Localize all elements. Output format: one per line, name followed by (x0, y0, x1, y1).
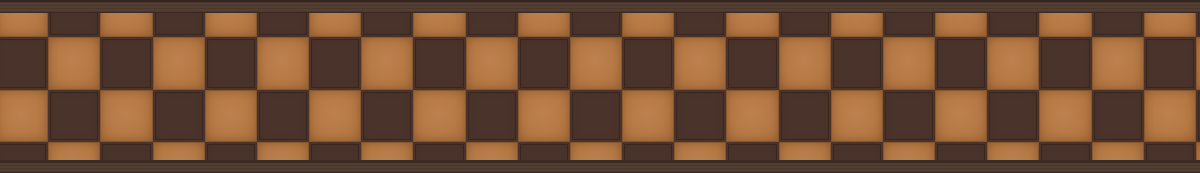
board-cell-r3c19 (987, 142, 1039, 160)
board-cell-r1c13 (674, 37, 726, 89)
board-cell-r3c13 (674, 142, 726, 160)
board-cell-r0c12 (622, 13, 674, 37)
board-cell-r3c4 (205, 142, 257, 160)
board-cell-r0c3 (153, 13, 205, 37)
board-cell-r3c10 (518, 142, 570, 160)
board-cell-r3c23 (1196, 142, 1200, 160)
board-cell-r2c18 (935, 90, 987, 142)
board-cell-r2c20 (1039, 90, 1091, 142)
board-cell-r0c11 (570, 13, 622, 37)
board-cell-r2c12 (622, 90, 674, 142)
board-cell-r3c1 (48, 142, 100, 160)
board-cell-r2c16 (831, 90, 883, 142)
board-cell-r2c2 (100, 90, 152, 142)
board-cell-r3c3 (153, 142, 205, 160)
board-cell-r1c6 (309, 37, 361, 89)
board-cell-r0c6 (309, 13, 361, 37)
board-cell-r2c5 (257, 90, 309, 142)
board-cell-r2c3 (153, 90, 205, 142)
bottom-trim-band (0, 160, 1200, 173)
board-cell-r2c4 (205, 90, 257, 142)
board-cell-r1c22 (1144, 37, 1196, 89)
board-cell-r3c5 (257, 142, 309, 160)
board-cell-r0c9 (466, 13, 518, 37)
board-cell-r3c16 (831, 142, 883, 160)
board-cell-r2c23 (1196, 90, 1200, 142)
board-cell-r2c15 (779, 90, 831, 142)
board-cell-r3c7 (361, 142, 413, 160)
board-cell-r0c22 (1144, 13, 1196, 37)
board-cell-r1c18 (935, 37, 987, 89)
board-cell-r1c3 (153, 37, 205, 89)
board-cell-r3c18 (935, 142, 987, 160)
board-cell-r3c9 (466, 142, 518, 160)
board-cell-r3c15 (779, 142, 831, 160)
board-cell-r3c17 (883, 142, 935, 160)
wallpaper-border-strip (0, 0, 1200, 173)
board-cell-r0c1 (48, 13, 100, 37)
board-cell-r1c14 (726, 37, 778, 89)
board-cell-r3c20 (1039, 142, 1091, 160)
board-cell-r2c7 (361, 90, 413, 142)
board-cell-r2c14 (726, 90, 778, 142)
board-cell-r2c17 (883, 90, 935, 142)
board-cell-r2c8 (413, 90, 465, 142)
board-cell-r2c13 (674, 90, 726, 142)
board-cell-r0c23 (1196, 13, 1200, 37)
board-cell-r0c16 (831, 13, 883, 37)
board-cell-r2c9 (466, 90, 518, 142)
board-cell-r0c18 (935, 13, 987, 37)
board-cell-r0c14 (726, 13, 778, 37)
board-cell-r3c11 (570, 142, 622, 160)
board-cell-r1c7 (361, 37, 413, 89)
board-cell-r1c4 (205, 37, 257, 89)
board-cell-r2c21 (1092, 90, 1144, 142)
board-cell-r2c1 (48, 90, 100, 142)
board-cell-r1c23 (1196, 37, 1200, 89)
board-cell-r2c19 (987, 90, 1039, 142)
board-cell-r1c15 (779, 37, 831, 89)
board-cell-r2c0 (0, 90, 48, 142)
board-cell-r0c4 (205, 13, 257, 37)
board-cell-r1c19 (987, 37, 1039, 89)
board-cell-r0c8 (413, 13, 465, 37)
board-cell-r0c19 (987, 13, 1039, 37)
board-cell-r1c17 (883, 37, 935, 89)
board-cell-r3c21 (1092, 142, 1144, 160)
board-cell-r1c21 (1092, 37, 1144, 89)
board-cell-r1c2 (100, 37, 152, 89)
board-cell-r3c6 (309, 142, 361, 160)
board-cell-r0c2 (100, 13, 152, 37)
board-cell-r1c9 (466, 37, 518, 89)
board-cell-r3c0 (0, 142, 48, 160)
board-cell-r0c5 (257, 13, 309, 37)
board-cell-r0c17 (883, 13, 935, 37)
board-cell-r1c12 (622, 37, 674, 89)
board-cell-r1c16 (831, 37, 883, 89)
board-cell-r3c12 (622, 142, 674, 160)
board-cell-r1c20 (1039, 37, 1091, 89)
board-cell-r3c2 (100, 142, 152, 160)
board-cell-r1c0 (0, 37, 48, 89)
board-cell-r0c20 (1039, 13, 1091, 37)
board-cell-r2c11 (570, 90, 622, 142)
board-cell-r2c6 (309, 90, 361, 142)
top-trim-band (0, 0, 1200, 13)
board-cell-r1c1 (48, 37, 100, 89)
checkerboard-window (0, 13, 1200, 160)
board-cell-r1c8 (413, 37, 465, 89)
board-cell-r3c14 (726, 142, 778, 160)
board-cell-r3c8 (413, 142, 465, 160)
board-cell-r0c15 (779, 13, 831, 37)
board-cell-r0c0 (0, 13, 48, 37)
board-cell-r2c10 (518, 90, 570, 142)
board-cell-r1c11 (570, 37, 622, 89)
board-cell-r1c5 (257, 37, 309, 89)
board-cell-r0c10 (518, 13, 570, 37)
board-cell-r2c22 (1144, 90, 1196, 142)
board-cell-r3c22 (1144, 142, 1196, 160)
board-cell-r1c10 (518, 37, 570, 89)
board-cell-r0c13 (674, 13, 726, 37)
board-cell-r0c21 (1092, 13, 1144, 37)
board-cell-r0c7 (361, 13, 413, 37)
checkerboard-grid (0, 13, 1200, 160)
